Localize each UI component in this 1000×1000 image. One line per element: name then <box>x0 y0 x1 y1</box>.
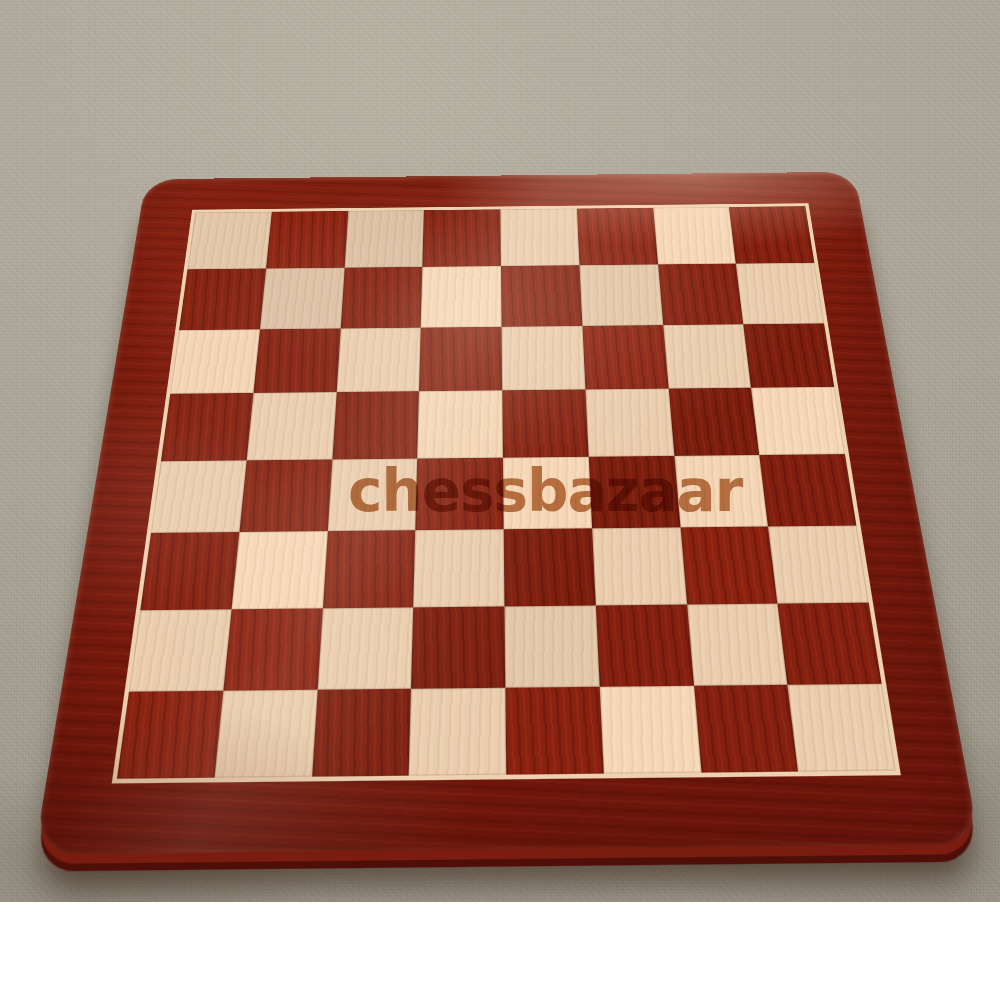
square-a7 <box>179 269 266 330</box>
square-b8 <box>266 211 348 269</box>
square-g1 <box>694 685 799 773</box>
square-c7 <box>340 267 422 328</box>
square-e5 <box>502 389 588 457</box>
square-d5 <box>417 390 503 458</box>
square-a6 <box>170 329 259 394</box>
square-f3 <box>592 528 687 605</box>
square-e4 <box>503 457 592 530</box>
square-f1 <box>599 686 700 774</box>
product-photo: chessbazaar <box>0 0 1000 902</box>
square-b1 <box>214 689 317 777</box>
square-d4 <box>415 458 503 531</box>
square-d8 <box>423 209 501 267</box>
square-f6 <box>582 325 668 390</box>
board-grid <box>117 206 896 779</box>
square-h1 <box>788 684 896 772</box>
square-h3 <box>768 526 868 603</box>
square-c6 <box>336 327 421 392</box>
square-c1 <box>312 688 412 776</box>
square-a4 <box>151 460 246 533</box>
square-f2 <box>596 604 694 686</box>
square-g6 <box>663 324 751 388</box>
square-d6 <box>419 326 502 391</box>
square-g8 <box>653 207 736 265</box>
square-a8 <box>187 212 271 270</box>
square-e7 <box>501 265 582 326</box>
square-h5 <box>751 387 845 455</box>
square-b4 <box>239 459 332 532</box>
square-g5 <box>668 387 759 455</box>
square-h8 <box>729 206 814 264</box>
square-d7 <box>421 266 502 327</box>
square-h4 <box>759 454 856 527</box>
square-f4 <box>588 456 680 529</box>
square-a2 <box>129 609 231 692</box>
square-f7 <box>579 265 662 326</box>
square-a3 <box>140 532 239 609</box>
square-b2 <box>223 608 322 691</box>
square-d1 <box>409 687 506 775</box>
bottom-white-strip <box>0 902 1000 1000</box>
playing-area <box>112 203 901 783</box>
square-e1 <box>505 686 603 774</box>
square-c8 <box>344 210 424 268</box>
square-h7 <box>736 263 824 324</box>
square-h6 <box>743 323 834 387</box>
square-b6 <box>253 328 340 393</box>
square-c3 <box>322 530 415 607</box>
square-h2 <box>778 602 882 684</box>
square-g2 <box>687 603 788 685</box>
square-e8 <box>500 209 579 267</box>
square-e2 <box>504 605 599 688</box>
chess-board <box>34 172 980 854</box>
square-f5 <box>585 388 674 456</box>
square-g3 <box>680 527 778 604</box>
square-b5 <box>246 392 336 461</box>
square-a5 <box>161 393 253 462</box>
square-c2 <box>317 607 413 690</box>
square-f8 <box>577 208 658 266</box>
square-e6 <box>502 326 586 391</box>
square-b3 <box>231 531 327 608</box>
square-g7 <box>658 264 744 325</box>
square-d2 <box>411 606 505 689</box>
square-a1 <box>117 690 223 778</box>
square-b7 <box>260 268 344 329</box>
square-c5 <box>332 391 419 459</box>
square-g4 <box>674 455 768 528</box>
square-d3 <box>413 529 504 606</box>
square-e3 <box>504 529 596 606</box>
square-c4 <box>327 459 417 532</box>
